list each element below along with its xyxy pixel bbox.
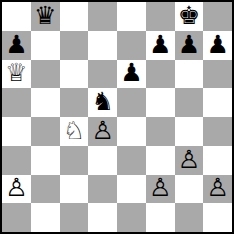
square-h8[interactable] [203,2,232,31]
square-h7[interactable]: ♟ [203,31,232,60]
square-g6[interactable] [175,60,204,89]
square-c5[interactable] [60,88,89,117]
piece-white-queen-a6[interactable]: ♕ [5,60,27,85]
piece-black-knight-d5[interactable]: ♞ [91,89,113,114]
square-e3[interactable] [117,146,146,175]
square-a8[interactable] [2,2,31,31]
square-h6[interactable] [203,60,232,89]
square-d3[interactable] [88,146,117,175]
square-d7[interactable] [88,31,117,60]
square-f8[interactable] [146,2,175,31]
square-f4[interactable] [146,117,175,146]
square-g3[interactable]: ♙ [175,146,204,175]
piece-white-pawn-a2[interactable]: ♙ [5,175,27,200]
square-g1[interactable] [175,203,204,232]
piece-white-knight-c4[interactable]: ♘ [63,118,85,143]
square-c1[interactable] [60,203,89,232]
chess-board: ♛♚♟♟♟♟♕♟♞♘♙♙♙♙♙ [0,0,234,234]
square-g7[interactable]: ♟ [175,31,204,60]
square-f2[interactable]: ♙ [146,175,175,204]
square-d1[interactable] [88,203,117,232]
square-d2[interactable] [88,175,117,204]
square-d8[interactable] [88,2,117,31]
square-f6[interactable] [146,60,175,89]
square-g2[interactable] [175,175,204,204]
square-b1[interactable] [31,203,60,232]
piece-black-pawn-a7[interactable]: ♟ [5,32,27,57]
piece-white-pawn-g3[interactable]: ♙ [178,147,200,172]
square-h3[interactable] [203,146,232,175]
square-h2[interactable]: ♙ [203,175,232,204]
piece-white-pawn-d4[interactable]: ♙ [91,118,113,143]
piece-black-queen-b8[interactable]: ♛ [34,3,56,28]
square-b6[interactable] [31,60,60,89]
square-d5[interactable]: ♞ [88,88,117,117]
square-a2[interactable]: ♙ [2,175,31,204]
square-e7[interactable] [117,31,146,60]
piece-black-pawn-g7[interactable]: ♟ [178,32,200,57]
square-f7[interactable]: ♟ [146,31,175,60]
square-f1[interactable] [146,203,175,232]
square-g8[interactable]: ♚ [175,2,204,31]
square-b5[interactable] [31,88,60,117]
square-e6[interactable]: ♟ [117,60,146,89]
square-a1[interactable] [2,203,31,232]
square-e1[interactable] [117,203,146,232]
square-a6[interactable]: ♕ [2,60,31,89]
square-b3[interactable] [31,146,60,175]
piece-black-pawn-f7[interactable]: ♟ [149,32,171,57]
piece-white-pawn-h2[interactable]: ♙ [206,175,228,200]
square-c8[interactable] [60,2,89,31]
square-e5[interactable] [117,88,146,117]
square-a4[interactable] [2,117,31,146]
square-f5[interactable] [146,88,175,117]
piece-black-pawn-e6[interactable]: ♟ [120,60,142,85]
square-e4[interactable] [117,117,146,146]
square-c2[interactable] [60,175,89,204]
square-a3[interactable] [2,146,31,175]
square-c6[interactable] [60,60,89,89]
square-h4[interactable] [203,117,232,146]
square-c7[interactable] [60,31,89,60]
square-h1[interactable] [203,203,232,232]
square-e8[interactable] [117,2,146,31]
piece-white-pawn-f2[interactable]: ♙ [149,175,171,200]
square-c3[interactable] [60,146,89,175]
square-b8[interactable]: ♛ [31,2,60,31]
square-h5[interactable] [203,88,232,117]
square-d4[interactable]: ♙ [88,117,117,146]
square-c4[interactable]: ♘ [60,117,89,146]
piece-black-pawn-h7[interactable]: ♟ [206,32,228,57]
square-g4[interactable] [175,117,204,146]
square-d6[interactable] [88,60,117,89]
square-e2[interactable] [117,175,146,204]
piece-black-king-g8[interactable]: ♚ [178,3,200,28]
square-b2[interactable] [31,175,60,204]
square-b7[interactable] [31,31,60,60]
square-f3[interactable] [146,146,175,175]
square-a7[interactable]: ♟ [2,31,31,60]
square-b4[interactable] [31,117,60,146]
square-g5[interactable] [175,88,204,117]
square-a5[interactable] [2,88,31,117]
